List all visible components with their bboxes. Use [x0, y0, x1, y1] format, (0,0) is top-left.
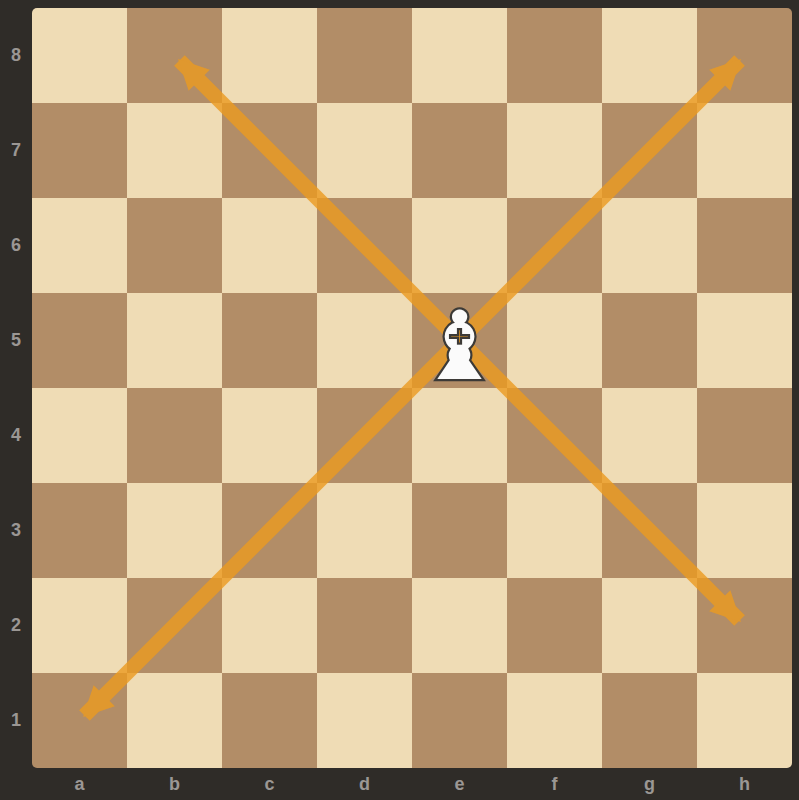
- square-a1[interactable]: [32, 673, 127, 768]
- square-b3[interactable]: [127, 483, 222, 578]
- square-d1[interactable]: [317, 673, 412, 768]
- square-d7[interactable]: [317, 103, 412, 198]
- square-f1[interactable]: [507, 673, 602, 768]
- square-f3[interactable]: [507, 483, 602, 578]
- square-h8[interactable]: [697, 8, 792, 103]
- square-g5[interactable]: [602, 293, 697, 388]
- square-g1[interactable]: [602, 673, 697, 768]
- square-d2[interactable]: [317, 578, 412, 673]
- square-g6[interactable]: [602, 198, 697, 293]
- square-a5[interactable]: [32, 293, 127, 388]
- square-d8[interactable]: [317, 8, 412, 103]
- white-bishop[interactable]: ♝: [417, 291, 502, 401]
- rank-label-1: 1: [0, 673, 32, 768]
- square-h5[interactable]: [697, 293, 792, 388]
- square-b2[interactable]: [127, 578, 222, 673]
- rank-coordinates: 87654321: [0, 8, 32, 768]
- rank-label-7: 7: [0, 103, 32, 198]
- square-d3[interactable]: [317, 483, 412, 578]
- square-e1[interactable]: [412, 673, 507, 768]
- square-f2[interactable]: [507, 578, 602, 673]
- square-e4[interactable]: [412, 388, 507, 483]
- square-b5[interactable]: [127, 293, 222, 388]
- square-f7[interactable]: [507, 103, 602, 198]
- square-g3[interactable]: [602, 483, 697, 578]
- square-a3[interactable]: [32, 483, 127, 578]
- square-c6[interactable]: [222, 198, 317, 293]
- rank-label-8: 8: [0, 8, 32, 103]
- rank-label-2: 2: [0, 578, 32, 673]
- rank-label-5: 5: [0, 293, 32, 388]
- square-c4[interactable]: [222, 388, 317, 483]
- square-h4[interactable]: [697, 388, 792, 483]
- square-h1[interactable]: [697, 673, 792, 768]
- square-a2[interactable]: [32, 578, 127, 673]
- rank-label-4: 4: [0, 388, 32, 483]
- file-label-d: d: [317, 768, 412, 800]
- square-d5[interactable]: [317, 293, 412, 388]
- file-label-e: e: [412, 768, 507, 800]
- square-h2[interactable]: [697, 578, 792, 673]
- file-label-h: h: [697, 768, 792, 800]
- square-a6[interactable]: [32, 198, 127, 293]
- chess-diagram: 87654321 abcdefgh ♝: [0, 0, 799, 800]
- square-c2[interactable]: [222, 578, 317, 673]
- square-b7[interactable]: [127, 103, 222, 198]
- square-c7[interactable]: [222, 103, 317, 198]
- square-c8[interactable]: [222, 8, 317, 103]
- square-h6[interactable]: [697, 198, 792, 293]
- square-c1[interactable]: [222, 673, 317, 768]
- square-c5[interactable]: [222, 293, 317, 388]
- rank-label-6: 6: [0, 198, 32, 293]
- board[interactable]: [32, 8, 792, 768]
- file-coordinates: abcdefgh: [32, 768, 792, 800]
- square-g2[interactable]: [602, 578, 697, 673]
- square-g8[interactable]: [602, 8, 697, 103]
- square-e6[interactable]: [412, 198, 507, 293]
- square-g4[interactable]: [602, 388, 697, 483]
- square-e3[interactable]: [412, 483, 507, 578]
- square-f8[interactable]: [507, 8, 602, 103]
- square-b8[interactable]: [127, 8, 222, 103]
- square-e8[interactable]: [412, 8, 507, 103]
- square-d4[interactable]: [317, 388, 412, 483]
- square-f5[interactable]: [507, 293, 602, 388]
- square-e7[interactable]: [412, 103, 507, 198]
- square-b1[interactable]: [127, 673, 222, 768]
- square-g7[interactable]: [602, 103, 697, 198]
- square-a8[interactable]: [32, 8, 127, 103]
- square-a4[interactable]: [32, 388, 127, 483]
- file-label-g: g: [602, 768, 697, 800]
- square-c3[interactable]: [222, 483, 317, 578]
- square-b4[interactable]: [127, 388, 222, 483]
- square-h3[interactable]: [697, 483, 792, 578]
- file-label-a: a: [32, 768, 127, 800]
- square-a7[interactable]: [32, 103, 127, 198]
- rank-label-3: 3: [0, 483, 32, 578]
- square-d6[interactable]: [317, 198, 412, 293]
- square-h7[interactable]: [697, 103, 792, 198]
- file-label-c: c: [222, 768, 317, 800]
- file-label-b: b: [127, 768, 222, 800]
- square-f6[interactable]: [507, 198, 602, 293]
- square-b6[interactable]: [127, 198, 222, 293]
- file-label-f: f: [507, 768, 602, 800]
- square-e2[interactable]: [412, 578, 507, 673]
- square-f4[interactable]: [507, 388, 602, 483]
